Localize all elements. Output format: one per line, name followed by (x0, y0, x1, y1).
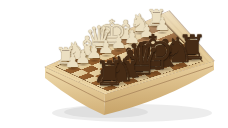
chess-set-photo: ♜♞♝♛♚♝♞♜♟♟♟♟♟♟♟♟♟♟♟♟♟♟♟♟♜♞♝♛♚♝♞♜ (0, 0, 228, 128)
floor-shadow-near (64, 106, 148, 118)
piece-black-rook-a8[interactable]: ♜ (95, 57, 125, 90)
floor-shadow (52, 104, 212, 122)
pieces-layer: ♜♞♝♛♚♝♞♜♟♟♟♟♟♟♟♟♟♟♟♟♟♟♟♟♜♞♝♛♚♝♞♜ (0, 0, 228, 128)
piece-white-pawn-a2[interactable]: ♟ (65, 53, 81, 71)
